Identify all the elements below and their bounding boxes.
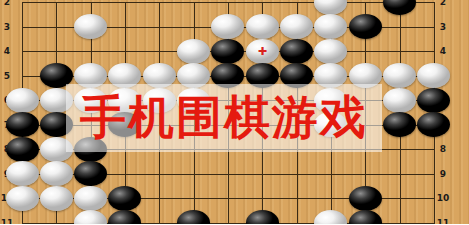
black-stone[interactable]: [211, 39, 244, 64]
row-label-right: 10: [436, 193, 450, 203]
white-stone[interactable]: [314, 0, 347, 15]
white-stone[interactable]: [383, 63, 416, 88]
black-stone[interactable]: [383, 112, 416, 137]
white-stone[interactable]: [6, 186, 39, 211]
black-stone[interactable]: [417, 112, 450, 137]
row-label-left: 4: [0, 46, 14, 56]
white-stone[interactable]: [6, 88, 39, 113]
black-stone[interactable]: [6, 137, 39, 162]
row-label-left: 11: [0, 218, 14, 225]
white-stone[interactable]: [314, 210, 347, 224]
black-stone[interactable]: [349, 14, 382, 39]
white-stone[interactable]: [383, 88, 416, 113]
row-label-right: 9: [436, 169, 450, 179]
white-stone[interactable]: [74, 14, 107, 39]
white-stone[interactable]: [314, 39, 347, 64]
row-label-right: 3: [436, 22, 450, 32]
row-label-right: 8: [436, 144, 450, 154]
last-move-marker-icon: ✚: [258, 46, 267, 57]
black-stone[interactable]: [280, 39, 313, 64]
black-stone[interactable]: [108, 210, 141, 224]
app-title: 手机围棋游戏: [80, 87, 368, 149]
black-stone[interactable]: [177, 210, 210, 224]
white-stone[interactable]: [246, 14, 279, 39]
row-label-left: 5: [0, 71, 14, 81]
white-stone[interactable]: [211, 14, 244, 39]
black-stone[interactable]: [74, 161, 107, 186]
white-stone[interactable]: ✚: [246, 39, 279, 64]
black-stone[interactable]: [349, 186, 382, 211]
white-stone[interactable]: [177, 39, 210, 64]
black-stone[interactable]: [246, 210, 279, 224]
black-stone[interactable]: [349, 210, 382, 224]
row-label-right: 11: [436, 218, 450, 225]
black-stone[interactable]: [417, 88, 450, 113]
white-stone[interactable]: [74, 186, 107, 211]
row-label-right: 4: [436, 46, 450, 56]
white-stone[interactable]: [6, 161, 39, 186]
title-overlay: 手机围棋游戏: [66, 84, 382, 152]
white-stone[interactable]: [74, 210, 107, 224]
black-stone[interactable]: [6, 112, 39, 137]
go-game-screenshot: 234567891011234567891011✚ 手机围棋游戏: [0, 0, 469, 224]
row-label-left: 3: [0, 22, 14, 32]
black-stone[interactable]: [108, 186, 141, 211]
white-stone[interactable]: [40, 161, 73, 186]
white-stone[interactable]: [417, 63, 450, 88]
white-stone[interactable]: [280, 14, 313, 39]
row-label-left: 2: [0, 0, 14, 7]
row-label-right: 2: [436, 0, 450, 7]
white-stone[interactable]: [40, 186, 73, 211]
white-stone[interactable]: [314, 14, 347, 39]
black-stone[interactable]: [383, 0, 416, 15]
grid-hline: [22, 2, 435, 3]
